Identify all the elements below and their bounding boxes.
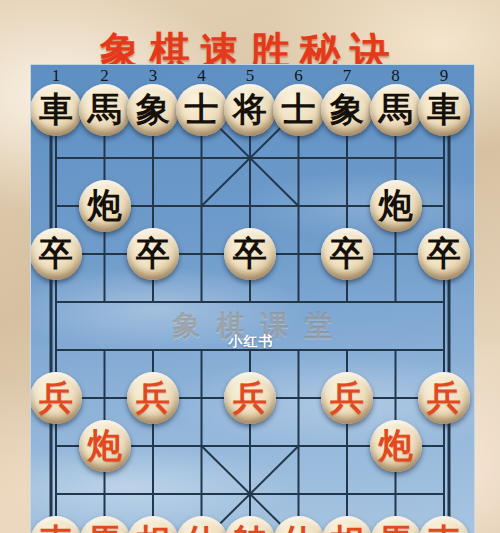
piece-black-soldier: 卒 [224, 228, 276, 280]
piece-black-soldier: 卒 [127, 228, 179, 280]
piece-red-cannon: 炮 [79, 420, 131, 472]
column-label-9: 9 [440, 67, 449, 85]
piece-black-chariot: 車 [418, 84, 470, 136]
piece-black-soldier: 卒 [30, 228, 82, 280]
piece-black-soldier: 卒 [418, 228, 470, 280]
piece-red-soldier: 兵 [30, 372, 82, 424]
column-label-2: 2 [100, 67, 109, 85]
piece-black-cannon: 炮 [79, 180, 131, 232]
piece-black-cannon: 炮 [370, 180, 422, 232]
piece-black-chariot: 車 [30, 84, 82, 136]
column-label-7: 7 [343, 67, 352, 85]
column-label-3: 3 [149, 67, 158, 85]
xiangqi-board: 123456789 象棋课堂 小红书 車馬象士将士象馬車炮炮卒卒卒卒卒兵兵兵兵兵… [30, 64, 475, 533]
piece-black-elephant: 象 [321, 84, 373, 136]
piece-black-advisor: 士 [273, 84, 325, 136]
column-label-8: 8 [391, 67, 400, 85]
piece-black-horse: 馬 [370, 84, 422, 136]
column-label-1: 1 [52, 67, 61, 85]
piece-black-horse: 馬 [79, 84, 131, 136]
column-label-6: 6 [294, 67, 303, 85]
column-label-5: 5 [246, 67, 255, 85]
piece-red-soldier: 兵 [418, 372, 470, 424]
piece-red-soldier: 兵 [321, 372, 373, 424]
piece-red-cannon: 炮 [370, 420, 422, 472]
piece-black-general: 将 [224, 84, 276, 136]
piece-black-elephant: 象 [127, 84, 179, 136]
piece-black-soldier: 卒 [321, 228, 373, 280]
piece-red-soldier: 兵 [127, 372, 179, 424]
column-label-4: 4 [197, 67, 206, 85]
piece-red-soldier: 兵 [224, 372, 276, 424]
piece-black-advisor: 士 [176, 84, 228, 136]
page: 象棋速胜秘诀 [0, 0, 500, 533]
